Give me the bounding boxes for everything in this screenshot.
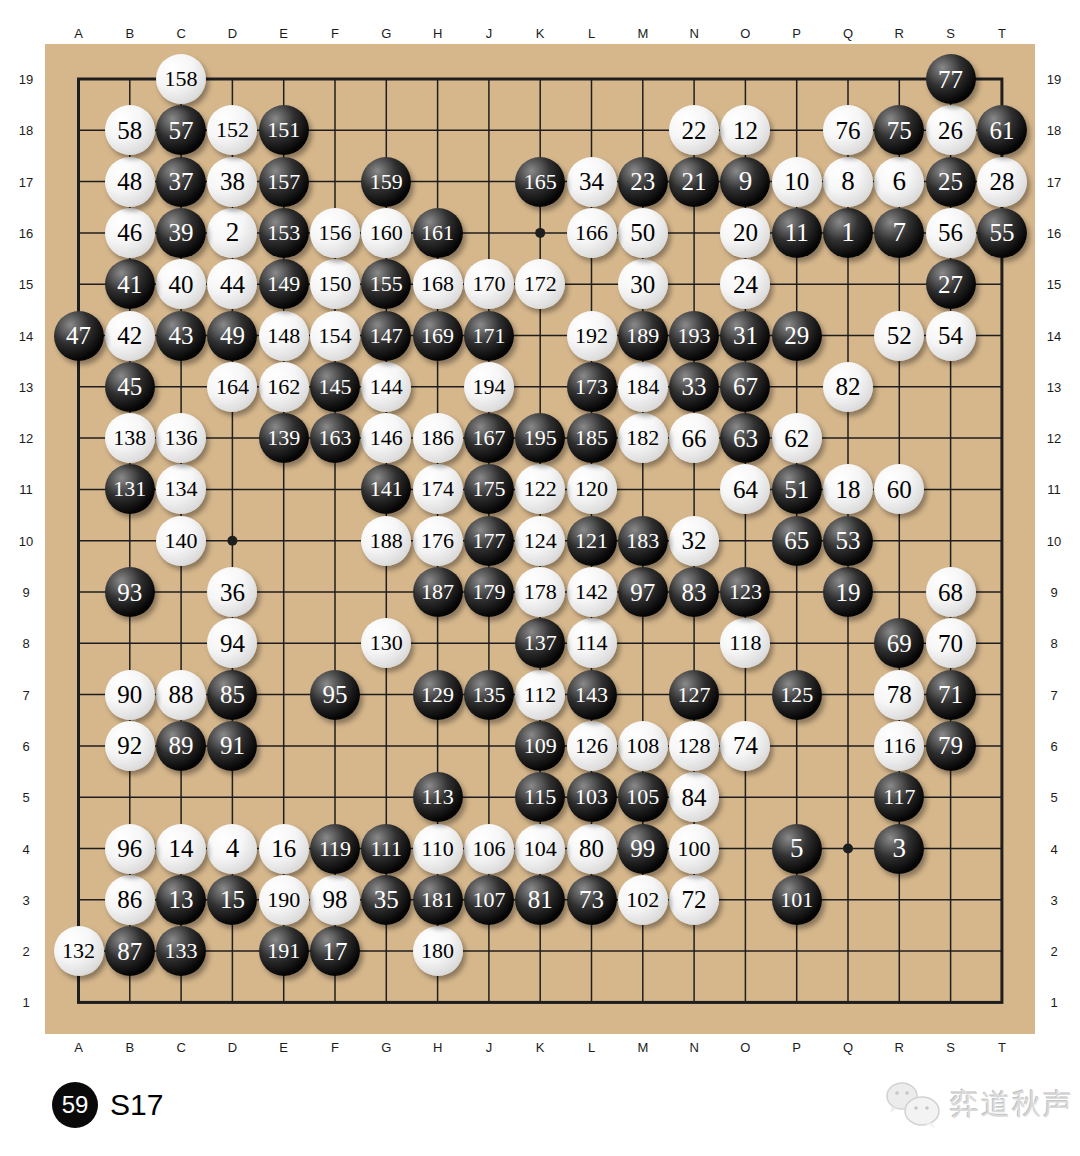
move-number: 177 — [472, 530, 505, 552]
move-number: 154 — [319, 325, 352, 347]
stone-B7[interactable]: 90 — [105, 670, 155, 720]
stone-A14[interactable]: 47 — [54, 311, 104, 361]
stone-P17[interactable]: 10 — [772, 157, 822, 207]
move-number: 101 — [780, 889, 813, 911]
stone-D18[interactable]: 152 — [207, 105, 257, 155]
stone-P7[interactable]: 125 — [772, 670, 822, 720]
stone-B18[interactable]: 58 — [105, 105, 155, 155]
col-label-top-R: R — [895, 26, 904, 41]
move-number: 148 — [267, 325, 300, 347]
move-number: 9 — [739, 168, 753, 195]
stone-G13[interactable]: 144 — [361, 362, 411, 412]
row-label-right-1: 1 — [1050, 995, 1057, 1010]
stone-F4[interactable]: 119 — [310, 824, 360, 874]
stone-M6[interactable]: 108 — [618, 721, 668, 771]
stone-R5[interactable]: 117 — [874, 772, 924, 822]
stone-B2[interactable]: 87 — [105, 926, 155, 976]
move-number: 68 — [938, 580, 963, 605]
move-number: 96 — [117, 836, 142, 861]
col-label-bottom-S: S — [946, 1040, 955, 1055]
move-number: 122 — [524, 478, 557, 500]
move-number: 74 — [733, 733, 758, 758]
stone-Q9[interactable]: 19 — [823, 567, 873, 617]
row-label-left-7: 7 — [22, 687, 29, 702]
stone-O17[interactable]: 9 — [720, 157, 770, 207]
stone-Q16[interactable]: 1 — [823, 208, 873, 258]
stone-D17[interactable]: 38 — [207, 157, 257, 207]
stone-N9[interactable]: 83 — [669, 567, 719, 617]
stone-J7[interactable]: 135 — [464, 670, 514, 720]
stone-M17[interactable]: 23 — [618, 157, 668, 207]
stone-H3[interactable]: 181 — [413, 875, 463, 925]
stone-B3[interactable]: 86 — [105, 875, 155, 925]
stone-K8[interactable]: 137 — [515, 618, 565, 668]
stone-H12[interactable]: 186 — [413, 413, 463, 463]
stone-P4[interactable]: 5 — [772, 824, 822, 874]
stone-G14[interactable]: 147 — [361, 311, 411, 361]
stone-E3[interactable]: 190 — [259, 875, 309, 925]
move-number: 5 — [790, 835, 804, 862]
stone-D3[interactable]: 15 — [207, 875, 257, 925]
stone-F12[interactable]: 163 — [310, 413, 360, 463]
stone-R14[interactable]: 52 — [874, 311, 924, 361]
stone-H15[interactable]: 168 — [413, 259, 463, 309]
stone-C12[interactable]: 136 — [156, 413, 206, 463]
move-number: 165 — [524, 171, 557, 193]
stone-R16[interactable]: 7 — [874, 208, 924, 258]
stone-B13[interactable]: 45 — [105, 362, 155, 412]
stone-H7[interactable]: 129 — [413, 670, 463, 720]
move-number: 140 — [165, 530, 198, 552]
move-number: 143 — [575, 684, 608, 706]
stone-K7[interactable]: 112 — [515, 670, 565, 720]
stone-H5[interactable]: 113 — [413, 772, 463, 822]
stone-L17[interactable]: 34 — [567, 157, 617, 207]
stone-K6[interactable]: 109 — [515, 721, 565, 771]
col-label-top-F: F — [331, 26, 339, 41]
stone-H9[interactable]: 187 — [413, 567, 463, 617]
stone-J15[interactable]: 170 — [464, 259, 514, 309]
stone-O13[interactable]: 67 — [720, 362, 770, 412]
move-number: 7 — [893, 219, 907, 246]
row-label-left-19: 19 — [19, 72, 33, 87]
stone-O8[interactable]: 118 — [720, 618, 770, 668]
stone-D7[interactable]: 85 — [207, 670, 257, 720]
move-number: 66 — [682, 426, 707, 451]
stone-O16[interactable]: 20 — [720, 208, 770, 258]
stone-G3[interactable]: 35 — [361, 875, 411, 925]
stone-K3[interactable]: 81 — [515, 875, 565, 925]
stone-L5[interactable]: 103 — [567, 772, 617, 822]
move-number: 155 — [370, 273, 403, 295]
stone-D8[interactable]: 94 — [207, 618, 257, 668]
row-label-right-8: 8 — [1050, 636, 1057, 651]
stone-C15[interactable]: 40 — [156, 259, 206, 309]
stone-N17[interactable]: 21 — [669, 157, 719, 207]
move-number: 43 — [169, 323, 194, 348]
stone-C18[interactable]: 57 — [156, 105, 206, 155]
stone-K12[interactable]: 195 — [515, 413, 565, 463]
move-number: 141 — [370, 478, 403, 500]
move-number: 89 — [169, 733, 194, 758]
col-label-top-C: C — [176, 26, 185, 41]
move-number: 88 — [169, 682, 194, 707]
move-number: 189 — [626, 325, 659, 347]
move-number: 45 — [117, 374, 142, 399]
stone-C11[interactable]: 134 — [156, 464, 206, 514]
stone-J11[interactable]: 175 — [464, 464, 514, 514]
stone-G16[interactable]: 160 — [361, 208, 411, 258]
stone-J12[interactable]: 167 — [464, 413, 514, 463]
stone-F15[interactable]: 150 — [310, 259, 360, 309]
move-number: 172 — [524, 273, 557, 295]
move-number: 38 — [220, 169, 245, 194]
page: AABBCCDDEEFFGGHHJJKKLLMMNNOOPPQQRRSSTT19… — [0, 0, 1080, 1156]
stone-B4[interactable]: 96 — [105, 824, 155, 874]
stone-H4[interactable]: 110 — [413, 824, 463, 874]
stone-J13[interactable]: 194 — [464, 362, 514, 412]
move-number: 178 — [524, 581, 557, 603]
stone-C16[interactable]: 39 — [156, 208, 206, 258]
stone-F16[interactable]: 156 — [310, 208, 360, 258]
move-number: 150 — [319, 273, 352, 295]
stone-B9[interactable]: 93 — [105, 567, 155, 617]
stone-B14[interactable]: 42 — [105, 311, 155, 361]
stone-L13[interactable]: 173 — [567, 362, 617, 412]
col-label-top-D: D — [228, 26, 237, 41]
stone-H11[interactable]: 174 — [413, 464, 463, 514]
stone-P11[interactable]: 51 — [772, 464, 822, 514]
stone-B6[interactable]: 92 — [105, 721, 155, 771]
stone-A2[interactable]: 132 — [54, 926, 104, 976]
col-label-bottom-K: K — [536, 1040, 545, 1055]
move-number: 1 — [841, 219, 855, 246]
stone-S14[interactable]: 54 — [926, 311, 976, 361]
stone-S7[interactable]: 71 — [926, 670, 976, 720]
stone-D4[interactable]: 4 — [207, 824, 257, 874]
col-label-top-H: H — [433, 26, 442, 41]
stone-S16[interactable]: 56 — [926, 208, 976, 258]
stone-J9[interactable]: 179 — [464, 567, 514, 617]
stone-F14[interactable]: 154 — [310, 311, 360, 361]
stone-R6[interactable]: 116 — [874, 721, 924, 771]
move-number: 170 — [472, 273, 505, 295]
move-number: 128 — [678, 735, 711, 757]
stone-C14[interactable]: 43 — [156, 311, 206, 361]
stone-L6[interactable]: 126 — [567, 721, 617, 771]
move-number: 146 — [370, 427, 403, 449]
stone-N3[interactable]: 72 — [669, 875, 719, 925]
stone-M15[interactable]: 30 — [618, 259, 668, 309]
stone-L9[interactable]: 142 — [567, 567, 617, 617]
row-label-right-11: 11 — [1047, 482, 1061, 497]
stone-R4[interactable]: 3 — [874, 824, 924, 874]
stone-N12[interactable]: 66 — [669, 413, 719, 463]
move-number: 76 — [836, 118, 861, 143]
stone-J14[interactable]: 171 — [464, 311, 514, 361]
stone-K9[interactable]: 178 — [515, 567, 565, 617]
stone-Q10[interactable]: 53 — [823, 516, 873, 566]
move-number: 114 — [575, 632, 607, 654]
move-number: 44 — [220, 272, 245, 297]
stone-S6[interactable]: 79 — [926, 721, 976, 771]
move-number: 27 — [938, 272, 963, 297]
stone-C2[interactable]: 133 — [156, 926, 206, 976]
stone-M13[interactable]: 184 — [618, 362, 668, 412]
stone-C6[interactable]: 89 — [156, 721, 206, 771]
stone-N10[interactable]: 32 — [669, 516, 719, 566]
move-number: 60 — [887, 477, 912, 502]
stone-O18[interactable]: 12 — [720, 105, 770, 155]
move-number: 129 — [421, 684, 454, 706]
move-number: 106 — [472, 838, 505, 860]
stone-F13[interactable]: 145 — [310, 362, 360, 412]
stone-D9[interactable]: 36 — [207, 567, 257, 617]
stone-G10[interactable]: 188 — [361, 516, 411, 566]
stone-R17[interactable]: 6 — [874, 157, 924, 207]
stone-B17[interactable]: 48 — [105, 157, 155, 207]
col-label-bottom-F: F — [331, 1040, 339, 1055]
stone-H14[interactable]: 169 — [413, 311, 463, 361]
move-number: 40 — [169, 272, 194, 297]
move-number: 39 — [169, 220, 194, 245]
move-number: 147 — [370, 325, 403, 347]
move-number: 3 — [893, 835, 907, 862]
move-number: 126 — [575, 735, 608, 757]
move-number: 69 — [887, 631, 912, 656]
row-label-left-14: 14 — [19, 328, 33, 343]
stone-K15[interactable]: 172 — [515, 259, 565, 309]
row-label-left-5: 5 — [22, 790, 29, 805]
move-number: 6 — [893, 168, 907, 195]
row-label-left-4: 4 — [22, 841, 29, 856]
stone-G12[interactable]: 146 — [361, 413, 411, 463]
move-number: 138 — [113, 427, 146, 449]
stone-O12[interactable]: 63 — [720, 413, 770, 463]
move-number: 152 — [216, 119, 249, 141]
stone-N7[interactable]: 127 — [669, 670, 719, 720]
stone-N5[interactable]: 84 — [669, 772, 719, 822]
stone-Q18[interactable]: 76 — [823, 105, 873, 155]
move-number: 169 — [421, 325, 454, 347]
stone-E4[interactable]: 16 — [259, 824, 309, 874]
stone-B12[interactable]: 138 — [105, 413, 155, 463]
move-number: 62 — [784, 426, 809, 451]
stone-E18[interactable]: 151 — [259, 105, 309, 155]
stone-P10[interactable]: 65 — [772, 516, 822, 566]
move-number: 98 — [323, 887, 348, 912]
stone-R11[interactable]: 60 — [874, 464, 924, 514]
stone-E15[interactable]: 149 — [259, 259, 309, 309]
stone-Q17[interactable]: 8 — [823, 157, 873, 207]
stone-Q13[interactable]: 82 — [823, 362, 873, 412]
stone-T16[interactable]: 55 — [977, 208, 1027, 258]
move-number: 185 — [575, 427, 608, 449]
stone-L11[interactable]: 120 — [567, 464, 617, 514]
col-label-top-O: O — [740, 26, 750, 41]
stone-M10[interactable]: 183 — [618, 516, 668, 566]
stone-M3[interactable]: 102 — [618, 875, 668, 925]
stone-C19[interactable]: 158 — [156, 54, 206, 104]
stone-Q11[interactable]: 18 — [823, 464, 873, 514]
stone-P14[interactable]: 29 — [772, 311, 822, 361]
stone-C10[interactable]: 140 — [156, 516, 206, 566]
stone-K10[interactable]: 124 — [515, 516, 565, 566]
move-number: 71 — [938, 682, 963, 707]
stone-S18[interactable]: 26 — [926, 105, 976, 155]
stone-L8[interactable]: 114 — [567, 618, 617, 668]
stone-P12[interactable]: 62 — [772, 413, 822, 463]
stone-L16[interactable]: 166 — [567, 208, 617, 258]
move-number: 24 — [733, 272, 758, 297]
move-number: 103 — [575, 786, 608, 808]
move-number: 139 — [267, 427, 300, 449]
stone-E14[interactable]: 148 — [259, 311, 309, 361]
stone-H16[interactable]: 161 — [413, 208, 463, 258]
stone-C4[interactable]: 14 — [156, 824, 206, 874]
move-number: 157 — [267, 171, 300, 193]
stone-L3[interactable]: 73 — [567, 875, 617, 925]
stone-G11[interactable]: 141 — [361, 464, 411, 514]
stone-K11[interactable]: 122 — [515, 464, 565, 514]
stone-T17[interactable]: 28 — [977, 157, 1027, 207]
stone-E13[interactable]: 162 — [259, 362, 309, 412]
stone-G8[interactable]: 130 — [361, 618, 411, 668]
stone-O9[interactable]: 123 — [720, 567, 770, 617]
stone-L7[interactable]: 143 — [567, 670, 617, 720]
stone-J3[interactable]: 107 — [464, 875, 514, 925]
move-number: 161 — [421, 222, 454, 244]
move-number: 73 — [579, 887, 604, 912]
move-number: 61 — [989, 118, 1014, 143]
stone-P16[interactable]: 11 — [772, 208, 822, 258]
stone-J10[interactable]: 177 — [464, 516, 514, 566]
stone-G15[interactable]: 155 — [361, 259, 411, 309]
row-label-left-9: 9 — [22, 585, 29, 600]
stone-F3[interactable]: 98 — [310, 875, 360, 925]
stone-M4[interactable]: 99 — [618, 824, 668, 874]
stone-F2[interactable]: 17 — [310, 926, 360, 976]
stone-G4[interactable]: 111 — [361, 824, 411, 874]
move-number: 82 — [836, 374, 861, 399]
stone-M14[interactable]: 189 — [618, 311, 668, 361]
stone-B11[interactable]: 131 — [105, 464, 155, 514]
stone-N14[interactable]: 193 — [669, 311, 719, 361]
stone-M12[interactable]: 182 — [618, 413, 668, 463]
stone-C7[interactable]: 88 — [156, 670, 206, 720]
row-label-left-3: 3 — [22, 892, 29, 907]
move-number: 97 — [630, 580, 655, 605]
stone-D14[interactable]: 49 — [207, 311, 257, 361]
stone-B16[interactable]: 46 — [105, 208, 155, 258]
stone-B15[interactable]: 41 — [105, 259, 155, 309]
stone-L10[interactable]: 121 — [567, 516, 617, 566]
stone-R18[interactable]: 75 — [874, 105, 924, 155]
move-number: 99 — [630, 836, 655, 861]
stone-O14[interactable]: 31 — [720, 311, 770, 361]
stone-S19[interactable]: 77 — [926, 54, 976, 104]
stone-N13[interactable]: 33 — [669, 362, 719, 412]
stone-R8[interactable]: 69 — [874, 618, 924, 668]
col-label-top-Q: Q — [843, 26, 853, 41]
move-number: 49 — [220, 323, 245, 348]
move-number: 29 — [784, 323, 809, 348]
stone-F7[interactable]: 95 — [310, 670, 360, 720]
stone-N4[interactable]: 100 — [669, 824, 719, 874]
move-number: 102 — [626, 889, 659, 911]
stone-C3[interactable]: 13 — [156, 875, 206, 925]
stone-S17[interactable]: 25 — [926, 157, 976, 207]
move-number: 14 — [169, 836, 194, 861]
stone-N6[interactable]: 128 — [669, 721, 719, 771]
stone-K17[interactable]: 165 — [515, 157, 565, 207]
move-number: 77 — [938, 67, 963, 92]
move-number: 135 — [472, 684, 505, 706]
move-number: 19 — [836, 580, 861, 605]
stone-O15[interactable]: 24 — [720, 259, 770, 309]
stone-T18[interactable]: 61 — [977, 105, 1027, 155]
move-number: 64 — [733, 477, 758, 502]
col-label-bottom-M: M — [637, 1040, 648, 1055]
stone-H2[interactable]: 180 — [413, 926, 463, 976]
stone-D15[interactable]: 44 — [207, 259, 257, 309]
stone-N18[interactable]: 22 — [669, 105, 719, 155]
stone-D16[interactable]: 2 — [207, 208, 257, 258]
stone-E12[interactable]: 139 — [259, 413, 309, 463]
stone-S9[interactable]: 68 — [926, 567, 976, 617]
stone-M16[interactable]: 50 — [618, 208, 668, 258]
annotation-point-label: S17 — [110, 1088, 163, 1122]
stone-L4[interactable]: 80 — [567, 824, 617, 874]
move-number: 190 — [267, 889, 300, 911]
move-number: 28 — [989, 169, 1014, 194]
move-number: 164 — [216, 376, 249, 398]
move-number: 23 — [630, 169, 655, 194]
move-number: 107 — [472, 889, 505, 911]
stone-C17[interactable]: 37 — [156, 157, 206, 207]
stone-M5[interactable]: 105 — [618, 772, 668, 822]
stone-K4[interactable]: 104 — [515, 824, 565, 874]
stone-D6[interactable]: 91 — [207, 721, 257, 771]
stone-L14[interactable]: 192 — [567, 311, 617, 361]
stone-H10[interactable]: 176 — [413, 516, 463, 566]
move-number: 115 — [524, 786, 556, 808]
stone-L12[interactable]: 185 — [567, 413, 617, 463]
stone-J4[interactable]: 106 — [464, 824, 514, 874]
stone-D13[interactable]: 164 — [207, 362, 257, 412]
stone-M9[interactable]: 97 — [618, 567, 668, 617]
stone-R7[interactable]: 78 — [874, 670, 924, 720]
stone-O11[interactable]: 64 — [720, 464, 770, 514]
stone-K5[interactable]: 115 — [515, 772, 565, 822]
stone-P3[interactable]: 101 — [772, 875, 822, 925]
stone-O6[interactable]: 74 — [720, 721, 770, 771]
move-number: 117 — [883, 786, 915, 808]
move-number: 167 — [472, 427, 505, 449]
move-number: 65 — [784, 528, 809, 553]
stone-E16[interactable]: 153 — [259, 208, 309, 258]
stone-S8[interactable]: 70 — [926, 618, 976, 668]
stone-E2[interactable]: 191 — [259, 926, 309, 976]
move-number: 137 — [524, 632, 557, 654]
star-point — [843, 844, 853, 854]
stone-S15[interactable]: 27 — [926, 259, 976, 309]
move-number: 20 — [733, 220, 758, 245]
stone-E17[interactable]: 157 — [259, 157, 309, 207]
move-number: 56 — [938, 220, 963, 245]
stone-G17[interactable]: 159 — [361, 157, 411, 207]
row-label-left-17: 17 — [19, 174, 33, 189]
